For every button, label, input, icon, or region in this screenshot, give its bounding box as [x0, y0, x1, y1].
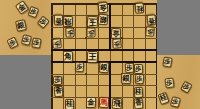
piece-kanji: 銀 [100, 63, 108, 71]
board-grid-line [51, 38, 157, 39]
shogi-piece[interactable]: 歩 [75, 62, 84, 72]
piece-kanji: 桂 [135, 88, 142, 95]
piece-kanji: 玉 [88, 17, 97, 26]
quadrant-line [109, 3, 111, 50]
piece-kanji: 歩 [22, 36, 30, 44]
shogi-piece[interactable]: 歩 [31, 38, 41, 49]
piece-kanji: 銀 [16, 20, 25, 29]
piece-kanji: 金 [112, 30, 120, 38]
piece-kanji: 桂 [66, 100, 73, 107]
shogi-piece[interactable]: 金 [111, 28, 121, 39]
piece-kanji: 歩 [171, 98, 179, 106]
shogi-piece[interactable]: 歩 [162, 57, 172, 68]
shogi-piece[interactable]: 銀 [97, 14, 108, 26]
shogi-piece[interactable]: 銀 [98, 61, 109, 73]
piece-kanji: 歩 [53, 40, 60, 47]
shogi-piece[interactable]: 香 [53, 86, 63, 97]
piece-kanji: 角 [64, 52, 72, 60]
piece-kanji: 歩 [88, 30, 95, 37]
piece-kanji: 金 [17, 2, 27, 12]
shogi-piece[interactable]: 金 [15, 0, 30, 14]
shogi-piece-promoted[interactable]: 馬 [99, 97, 110, 109]
piece-kanji: 香 [135, 100, 143, 108]
shogi-piece[interactable]: 歩 [170, 96, 181, 107]
piece-kanji: 歩 [114, 41, 121, 48]
piece-kanji: 銀 [99, 16, 107, 24]
piece-kanji: 歩 [163, 58, 171, 66]
board-grid-line [122, 3, 123, 109]
piece-kanji: 歩 [66, 29, 73, 36]
piece-kanji: 歩 [39, 17, 48, 26]
shogi-piece[interactable]: 歩 [134, 63, 143, 73]
piece-kanji: 馬 [100, 98, 108, 106]
board-grid-line [51, 3, 53, 109]
shogi-piece[interactable]: 歩 [37, 16, 50, 29]
shogi-piece[interactable]: 歩 [52, 39, 61, 49]
shogi-piece[interactable]: 銀 [15, 19, 27, 32]
piece-kanji: 歩 [146, 28, 153, 35]
piece-kanji: 桂 [158, 93, 167, 102]
quadrant-line [109, 62, 111, 109]
shogi-piece[interactable]: 王 [87, 51, 98, 63]
board-grid-line [75, 3, 76, 109]
piece-kanji: 香 [147, 17, 155, 25]
shogi-piece[interactable]: 香 [146, 15, 156, 26]
shogi-piece[interactable]: 銀 [121, 73, 131, 84]
piece-kanji: 金 [87, 98, 95, 106]
shogi-piece[interactable]: 角 [63, 51, 73, 62]
shogi-piece[interactable]: 歩 [21, 34, 32, 45]
shogi-piece[interactable]: 歩 [87, 28, 96, 38]
shogi-piece[interactable]: 香 [134, 98, 144, 109]
piece-kanji: 歩 [76, 63, 83, 70]
piece-kanji: 歩 [32, 39, 40, 47]
shogi-piece[interactable]: 桂 [157, 92, 169, 105]
piece-kanji: 歩 [135, 65, 142, 72]
piece-kanji: 歩 [182, 82, 191, 91]
shogi-piece[interactable]: 金 [97, 2, 108, 14]
shogi-piece[interactable]: 香 [53, 15, 62, 26]
gote-captured-tray: 金歩歩銀歩歩歩 [0, 0, 51, 55]
piece-kanji: 香 [54, 87, 62, 95]
shogi-piece[interactable]: 飛 [63, 16, 73, 27]
shogi-piece[interactable]: 歩 [112, 39, 121, 49]
piece-kanji: 飛 [113, 99, 121, 107]
piece-kanji: 桂 [136, 5, 143, 12]
shogi-piece[interactable]: 歩 [145, 26, 154, 36]
sente-captured-tray: 歩歩歩桂歩 [157, 55, 200, 109]
piece-kanji: 銀 [122, 74, 130, 82]
shogi-piece[interactable]: 桂 [134, 86, 144, 97]
shogi-piece[interactable]: 歩 [53, 76, 62, 86]
shogi-piece[interactable]: 歩 [27, 6, 38, 18]
shogi-piece[interactable]: 歩 [6, 37, 18, 49]
piece-kanji: 歩 [136, 75, 143, 82]
shogi-board[interactable]: 金桂香飛玉銀香歩歩金歩歩歩角王歩銀歩歩歩銀歩香桂桂金馬飛香 [51, 0, 157, 109]
piece-kanji: 歩 [54, 77, 61, 84]
piece-kanji: 歩 [125, 64, 132, 71]
shogi-piece[interactable]: 歩 [180, 81, 192, 93]
shogi-piece[interactable]: 歩 [124, 63, 133, 73]
shogi-piece[interactable]: 金 [86, 97, 96, 108]
piece-kanji: 飛 [64, 18, 72, 26]
piece-kanji: 歩 [29, 8, 37, 16]
piece-kanji: 歩 [8, 38, 17, 47]
shogi-piece[interactable]: 桂 [65, 99, 74, 109]
piece-kanji: 金 [99, 4, 107, 12]
piece-kanji: 香 [55, 17, 62, 24]
shogi-app: 金歩歩銀歩歩歩 歩歩歩桂歩 金桂香飛玉銀香歩歩金歩歩歩角王歩銀歩歩歩銀歩香桂桂金… [0, 0, 200, 109]
piece-kanji: 王 [88, 52, 97, 61]
piece-kanji: 歩 [165, 79, 172, 86]
shogi-piece[interactable]: 飛 [111, 97, 122, 109]
shogi-piece[interactable]: 歩 [65, 28, 74, 38]
shogi-piece[interactable]: 歩 [164, 78, 174, 89]
shogi-piece[interactable]: 歩 [135, 74, 144, 84]
shogi-piece[interactable]: 桂 [135, 3, 145, 14]
